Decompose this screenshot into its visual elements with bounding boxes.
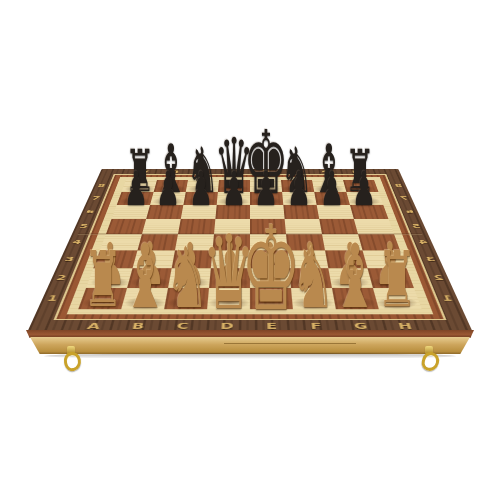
brass-clasp-right-icon xyxy=(420,346,438,368)
black-pawn-h7[interactable]: ♟ xyxy=(352,164,377,211)
black-pawn-c7[interactable]: ♟ xyxy=(189,164,214,211)
white-rook-a1[interactable]: ♜ xyxy=(83,242,123,319)
black-pawn-b7[interactable]: ♟ xyxy=(156,164,181,211)
box-side-panel xyxy=(30,337,470,354)
brass-clasp-left-icon xyxy=(62,346,80,368)
white-bishop-g1[interactable]: ♝ xyxy=(332,233,378,322)
white-bishop-b1[interactable]: ♝ xyxy=(122,233,168,322)
photo-background: ABCDEFGH ABCDEFGH 87654321 87654321 ♜♝♞♛… xyxy=(0,0,500,500)
box-underside-shadow xyxy=(44,353,456,359)
clasp-hook xyxy=(420,350,441,373)
black-pawn-a7[interactable]: ♟ xyxy=(123,164,148,211)
clasp-hook xyxy=(62,350,83,372)
white-knight-f1[interactable]: ♞ xyxy=(291,237,335,321)
black-pawn-g7[interactable]: ♟ xyxy=(319,164,344,211)
white-rook-h1[interactable]: ♜ xyxy=(377,242,417,319)
